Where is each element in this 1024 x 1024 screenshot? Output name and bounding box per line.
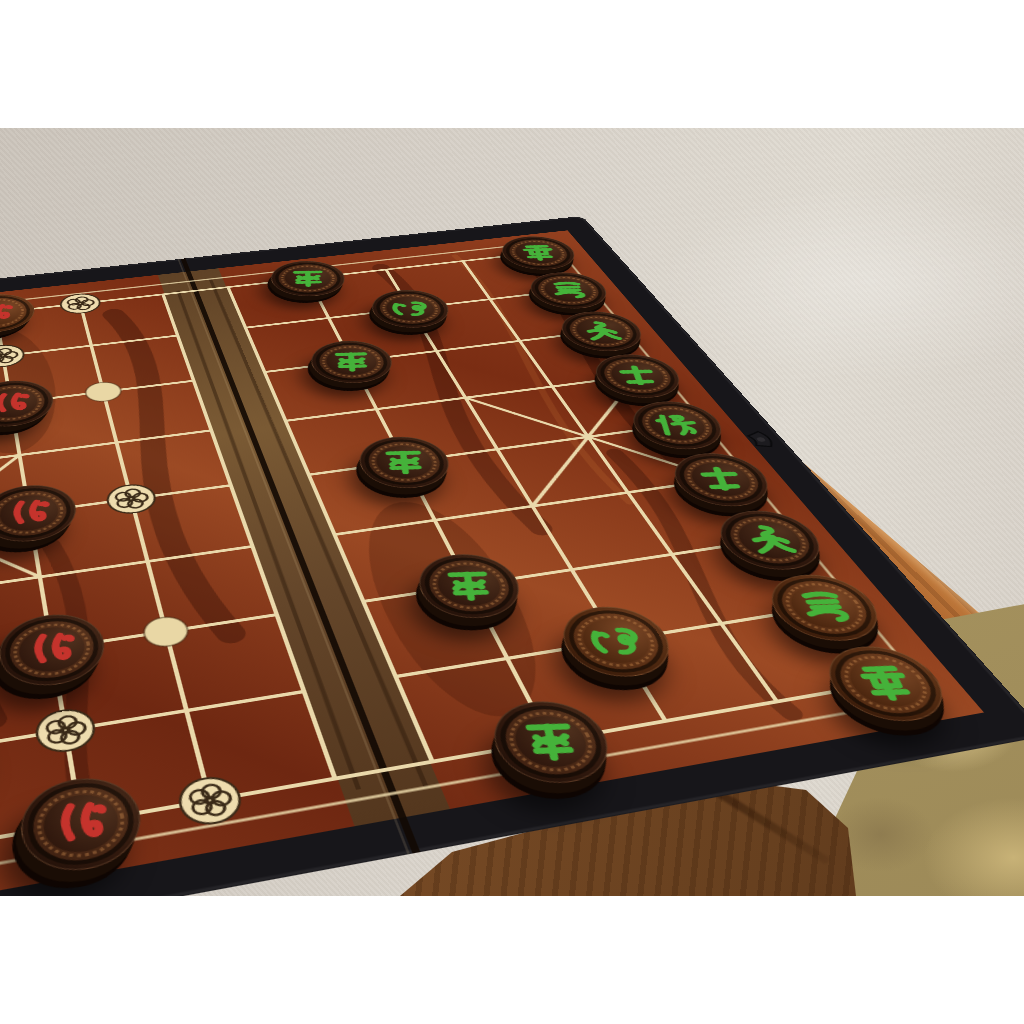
piece-character-砲 bbox=[383, 296, 439, 322]
piece-green-soldier bbox=[407, 548, 533, 624]
photo-area bbox=[0, 128, 1024, 896]
piece-character-士 bbox=[604, 361, 671, 391]
piece-character-兵 bbox=[0, 300, 25, 326]
screenshot-canvas bbox=[0, 0, 1024, 1024]
piece-green-general bbox=[620, 397, 737, 454]
piece-green-soldier bbox=[303, 337, 402, 387]
piece-red-soldier bbox=[16, 770, 149, 880]
piece-green-advisor bbox=[660, 448, 784, 511]
piece-green-elephant bbox=[704, 505, 837, 576]
piece-character-象 bbox=[729, 520, 812, 560]
piece-character-卒 bbox=[283, 266, 334, 290]
piece-green-rook bbox=[810, 640, 965, 729]
piece-green-soldier bbox=[479, 694, 626, 792]
piece-character-兵 bbox=[0, 388, 43, 419]
piece-character-砲 bbox=[575, 617, 659, 665]
piece-character-卒 bbox=[432, 564, 507, 608]
piece-green-soldier bbox=[264, 258, 353, 300]
piece-green-rook bbox=[492, 233, 585, 273]
piece-character-車 bbox=[511, 241, 567, 264]
piece-character-馬 bbox=[780, 585, 869, 630]
piece-green-elephant bbox=[550, 308, 654, 355]
piece-green-advisor bbox=[583, 350, 693, 402]
piece-green-knight bbox=[520, 269, 618, 312]
piece-character-將 bbox=[642, 409, 713, 442]
piece-character-兵 bbox=[35, 792, 124, 855]
piece-green-knight bbox=[754, 569, 897, 648]
piece-green-soldier bbox=[350, 432, 461, 493]
piece-red-soldier bbox=[0, 376, 57, 431]
piece-character-兵 bbox=[0, 494, 64, 532]
piece-character-象 bbox=[570, 318, 633, 345]
piece-character-卒 bbox=[372, 445, 437, 480]
piece-red-cannon bbox=[0, 703, 2, 802]
piece-character-馬 bbox=[539, 278, 598, 303]
piece-red-soldier bbox=[0, 291, 38, 337]
piece-character-士 bbox=[683, 461, 760, 497]
piece-green-cannon bbox=[548, 600, 686, 684]
piece-character-卒 bbox=[323, 347, 380, 376]
piece-red-soldier bbox=[0, 608, 111, 693]
piece-red-soldier bbox=[0, 480, 81, 547]
piece-character-兵 bbox=[11, 625, 91, 673]
piece-green-cannon bbox=[363, 287, 458, 332]
piece-character-車 bbox=[837, 658, 934, 709]
piece-character-卒 bbox=[508, 714, 596, 770]
